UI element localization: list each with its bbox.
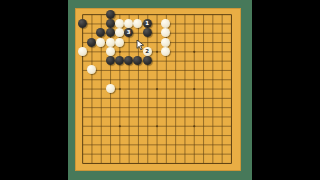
intersection[interactable] (170, 121, 179, 130)
intersection[interactable] (198, 28, 207, 37)
intersection[interactable] (87, 102, 96, 111)
intersection[interactable] (170, 75, 179, 84)
intersection[interactable] (217, 158, 226, 167)
intersection[interactable] (198, 84, 207, 93)
intersection[interactable] (78, 149, 87, 158)
intersection[interactable] (152, 130, 161, 139)
intersection[interactable] (133, 149, 142, 158)
white-stone[interactable] (161, 47, 170, 56)
intersection[interactable] (180, 130, 189, 139)
intersection[interactable] (161, 93, 170, 102)
intersection[interactable] (226, 47, 235, 56)
intersection[interactable] (226, 65, 235, 74)
black-stone[interactable] (133, 56, 142, 65)
intersection[interactable] (133, 158, 142, 167)
white-stone[interactable] (133, 19, 142, 28)
white-stone[interactable] (161, 38, 170, 47)
intersection[interactable] (105, 28, 114, 37)
intersection[interactable] (198, 130, 207, 139)
intersection[interactable]: 1 (143, 19, 152, 28)
intersection[interactable] (96, 121, 105, 130)
intersection[interactable] (208, 65, 217, 74)
intersection[interactable] (115, 149, 124, 158)
go-board[interactable]: 132 (75, 8, 241, 171)
intersection[interactable] (152, 28, 161, 37)
intersection[interactable] (115, 121, 124, 130)
intersection[interactable] (189, 28, 198, 37)
intersection[interactable] (180, 112, 189, 121)
intersection[interactable] (161, 10, 170, 19)
intersection[interactable] (217, 10, 226, 19)
intersection[interactable] (226, 28, 235, 37)
intersection[interactable] (143, 121, 152, 130)
white-stone[interactable] (161, 19, 170, 28)
intersection[interactable] (189, 10, 198, 19)
intersection[interactable] (105, 19, 114, 28)
intersection[interactable] (198, 10, 207, 19)
intersection[interactable] (217, 102, 226, 111)
intersection[interactable] (152, 140, 161, 149)
intersection[interactable] (198, 112, 207, 121)
intersection[interactable] (124, 10, 133, 19)
intersection[interactable] (180, 75, 189, 84)
intersection[interactable] (217, 56, 226, 65)
intersection[interactable] (87, 65, 96, 74)
intersection[interactable] (161, 102, 170, 111)
intersection[interactable] (143, 158, 152, 167)
intersection[interactable] (170, 37, 179, 46)
white-stone[interactable] (124, 19, 133, 28)
intersection[interactable] (161, 19, 170, 28)
intersection[interactable] (161, 37, 170, 46)
intersection[interactable] (180, 158, 189, 167)
intersection[interactable] (208, 112, 217, 121)
intersection[interactable] (161, 149, 170, 158)
intersection[interactable] (96, 140, 105, 149)
intersection[interactable] (180, 149, 189, 158)
white-stone[interactable] (96, 38, 105, 47)
intersection[interactable] (87, 56, 96, 65)
intersection[interactable] (143, 140, 152, 149)
intersection[interactable] (217, 65, 226, 74)
white-stone[interactable] (87, 65, 96, 74)
intersection[interactable] (78, 56, 87, 65)
intersection[interactable] (124, 19, 133, 28)
black-stone[interactable] (106, 19, 115, 28)
intersection[interactable] (189, 130, 198, 139)
black-stone[interactable] (106, 10, 115, 19)
intersection[interactable] (170, 102, 179, 111)
intersection[interactable] (180, 84, 189, 93)
intersection[interactable] (105, 37, 114, 46)
intersection[interactable] (170, 84, 179, 93)
intersection[interactable] (133, 93, 142, 102)
intersection[interactable] (217, 149, 226, 158)
intersection[interactable] (124, 121, 133, 130)
intersection[interactable] (170, 28, 179, 37)
intersection[interactable] (189, 56, 198, 65)
intersection[interactable] (198, 65, 207, 74)
intersection[interactable] (87, 158, 96, 167)
intersection[interactable] (152, 56, 161, 65)
black-stone[interactable] (78, 19, 87, 28)
black-stone[interactable] (106, 28, 115, 37)
intersection[interactable] (143, 65, 152, 74)
intersection[interactable] (217, 19, 226, 28)
white-stone[interactable] (115, 19, 124, 28)
intersection[interactable] (208, 149, 217, 158)
intersection[interactable] (96, 112, 105, 121)
intersection[interactable] (133, 56, 142, 65)
intersection[interactable] (217, 112, 226, 121)
intersection[interactable] (189, 84, 198, 93)
intersection[interactable] (180, 140, 189, 149)
intersection[interactable] (152, 47, 161, 56)
intersection[interactable] (152, 158, 161, 167)
intersection[interactable] (198, 140, 207, 149)
intersection[interactable] (115, 56, 124, 65)
intersection[interactable] (161, 130, 170, 139)
intersection[interactable] (87, 28, 96, 37)
white-stone[interactable] (115, 38, 124, 47)
intersection[interactable] (143, 149, 152, 158)
intersection[interactable] (161, 75, 170, 84)
intersection[interactable] (208, 37, 217, 46)
intersection[interactable] (226, 112, 235, 121)
intersection[interactable] (143, 130, 152, 139)
intersection[interactable] (143, 102, 152, 111)
intersection[interactable] (87, 10, 96, 19)
intersection[interactable] (78, 65, 87, 74)
intersection[interactable] (180, 37, 189, 46)
intersection[interactable] (143, 10, 152, 19)
black-stone[interactable] (143, 56, 152, 65)
intersection[interactable] (161, 47, 170, 56)
intersection[interactable] (78, 130, 87, 139)
intersection[interactable] (189, 19, 198, 28)
intersection[interactable] (124, 158, 133, 167)
intersection[interactable] (115, 93, 124, 102)
intersection[interactable] (180, 93, 189, 102)
intersection[interactable] (78, 19, 87, 28)
intersection[interactable] (105, 84, 114, 93)
intersection[interactable] (152, 75, 161, 84)
intersection[interactable] (161, 56, 170, 65)
intersection[interactable] (226, 56, 235, 65)
black-stone[interactable] (106, 56, 115, 65)
intersection[interactable] (198, 75, 207, 84)
intersection[interactable] (96, 28, 105, 37)
intersection[interactable] (226, 149, 235, 158)
intersection[interactable] (105, 158, 114, 167)
intersection[interactable] (124, 65, 133, 74)
intersection[interactable] (124, 75, 133, 84)
intersection[interactable] (133, 121, 142, 130)
intersection[interactable] (170, 93, 179, 102)
intersection[interactable] (78, 10, 87, 19)
intersection[interactable] (208, 102, 217, 111)
intersection[interactable] (198, 102, 207, 111)
intersection[interactable] (105, 102, 114, 111)
intersection[interactable] (217, 121, 226, 130)
intersection[interactable] (180, 121, 189, 130)
intersection[interactable] (105, 65, 114, 74)
intersection[interactable] (198, 47, 207, 56)
intersection[interactable] (170, 112, 179, 121)
intersection[interactable] (115, 19, 124, 28)
intersection[interactable] (87, 149, 96, 158)
intersection[interactable] (78, 121, 87, 130)
intersection[interactable] (189, 75, 198, 84)
intersection[interactable] (226, 37, 235, 46)
intersection[interactable] (189, 140, 198, 149)
intersection[interactable] (96, 93, 105, 102)
intersection[interactable] (143, 56, 152, 65)
intersection[interactable] (208, 10, 217, 19)
intersection[interactable] (133, 65, 142, 74)
intersection[interactable] (152, 102, 161, 111)
intersection[interactable] (217, 93, 226, 102)
intersection[interactable] (124, 102, 133, 111)
intersection[interactable] (226, 75, 235, 84)
intersection[interactable] (170, 56, 179, 65)
intersection[interactable] (96, 158, 105, 167)
intersection[interactable] (78, 112, 87, 121)
intersection[interactable] (198, 121, 207, 130)
intersection[interactable] (208, 93, 217, 102)
intersection[interactable] (189, 158, 198, 167)
intersection[interactable] (78, 47, 87, 56)
white-stone[interactable] (106, 84, 115, 93)
intersection[interactable] (217, 75, 226, 84)
white-stone[interactable] (106, 38, 115, 47)
intersection[interactable] (105, 121, 114, 130)
intersection[interactable] (133, 19, 142, 28)
intersection[interactable] (180, 19, 189, 28)
intersection[interactable] (124, 140, 133, 149)
intersection[interactable] (96, 75, 105, 84)
intersection[interactable] (133, 75, 142, 84)
intersection[interactable] (189, 121, 198, 130)
intersection[interactable] (170, 47, 179, 56)
intersection[interactable] (161, 140, 170, 149)
intersection[interactable] (208, 158, 217, 167)
intersection[interactable] (115, 65, 124, 74)
black-stone[interactable] (124, 56, 133, 65)
intersection[interactable] (115, 10, 124, 19)
intersection[interactable] (124, 37, 133, 46)
intersection[interactable] (180, 65, 189, 74)
black-stone[interactable] (115, 56, 124, 65)
intersection[interactable] (115, 158, 124, 167)
intersection[interactable] (105, 47, 114, 56)
intersection[interactable] (189, 47, 198, 56)
intersection[interactable] (161, 84, 170, 93)
intersection[interactable] (189, 93, 198, 102)
intersection[interactable] (170, 65, 179, 74)
intersection[interactable] (198, 93, 207, 102)
intersection[interactable] (124, 93, 133, 102)
intersection[interactable] (189, 37, 198, 46)
intersection[interactable] (96, 149, 105, 158)
intersection[interactable] (115, 130, 124, 139)
intersection[interactable] (78, 93, 87, 102)
intersection[interactable] (124, 149, 133, 158)
intersection[interactable] (143, 28, 152, 37)
intersection[interactable] (115, 140, 124, 149)
intersection[interactable] (133, 102, 142, 111)
intersection[interactable] (133, 28, 142, 37)
intersection[interactable] (124, 56, 133, 65)
intersection[interactable] (96, 102, 105, 111)
intersection[interactable] (152, 37, 161, 46)
intersection[interactable] (78, 28, 87, 37)
intersection[interactable] (170, 10, 179, 19)
intersection[interactable] (105, 112, 114, 121)
intersection[interactable] (115, 84, 124, 93)
intersection[interactable] (87, 75, 96, 84)
black-stone[interactable]: 1 (143, 19, 152, 28)
intersection[interactable] (115, 28, 124, 37)
intersection[interactable] (161, 65, 170, 74)
intersection[interactable] (180, 56, 189, 65)
intersection[interactable] (124, 130, 133, 139)
intersection[interactable] (87, 47, 96, 56)
intersection[interactable] (96, 65, 105, 74)
intersection[interactable] (226, 121, 235, 130)
intersection[interactable] (87, 19, 96, 28)
intersection[interactable] (124, 47, 133, 56)
intersection[interactable] (105, 140, 114, 149)
intersection[interactable] (208, 47, 217, 56)
intersection[interactable] (87, 140, 96, 149)
intersection[interactable] (152, 149, 161, 158)
intersection[interactable] (87, 84, 96, 93)
intersection[interactable] (198, 56, 207, 65)
intersection[interactable] (78, 158, 87, 167)
intersection[interactable] (133, 10, 142, 19)
intersection[interactable] (152, 10, 161, 19)
black-stone[interactable] (143, 28, 152, 37)
intersection[interactable] (226, 10, 235, 19)
intersection[interactable] (105, 75, 114, 84)
intersection[interactable] (180, 10, 189, 19)
intersection[interactable] (189, 149, 198, 158)
intersection[interactable] (217, 84, 226, 93)
white-stone[interactable] (115, 28, 124, 37)
intersection[interactable] (226, 158, 235, 167)
intersection[interactable] (96, 84, 105, 93)
intersection[interactable] (115, 102, 124, 111)
intersection[interactable] (105, 149, 114, 158)
intersection[interactable] (208, 140, 217, 149)
intersection[interactable] (208, 19, 217, 28)
intersection[interactable] (143, 93, 152, 102)
intersection[interactable] (189, 65, 198, 74)
black-stone[interactable] (87, 38, 96, 47)
white-stone[interactable] (106, 47, 115, 56)
intersection[interactable] (170, 140, 179, 149)
intersection[interactable] (87, 37, 96, 46)
intersection[interactable] (96, 56, 105, 65)
intersection[interactable] (208, 130, 217, 139)
intersection[interactable] (105, 10, 114, 19)
intersection[interactable] (189, 112, 198, 121)
black-stone[interactable]: 3 (124, 28, 133, 37)
intersection[interactable] (78, 140, 87, 149)
intersection[interactable] (87, 112, 96, 121)
intersection[interactable] (161, 112, 170, 121)
intersection[interactable] (161, 28, 170, 37)
intersection[interactable] (170, 158, 179, 167)
intersection[interactable] (124, 112, 133, 121)
intersection[interactable] (198, 37, 207, 46)
intersection[interactable] (152, 93, 161, 102)
intersection[interactable] (226, 19, 235, 28)
intersection[interactable] (208, 121, 217, 130)
intersection[interactable] (170, 149, 179, 158)
intersection[interactable] (133, 112, 142, 121)
intersection[interactable] (217, 130, 226, 139)
intersection[interactable] (133, 84, 142, 93)
intersection[interactable] (208, 56, 217, 65)
intersection[interactable] (189, 102, 198, 111)
intersection[interactable] (217, 28, 226, 37)
intersection[interactable]: 3 (124, 28, 133, 37)
intersection[interactable] (198, 158, 207, 167)
intersection[interactable] (226, 130, 235, 139)
intersection[interactable] (180, 28, 189, 37)
intersection[interactable] (143, 84, 152, 93)
intersection[interactable] (226, 102, 235, 111)
intersection[interactable] (105, 56, 114, 65)
intersection[interactable] (143, 112, 152, 121)
intersection[interactable] (133, 130, 142, 139)
intersection[interactable] (115, 75, 124, 84)
intersection[interactable] (78, 102, 87, 111)
intersection[interactable] (180, 102, 189, 111)
intersection[interactable] (115, 37, 124, 46)
intersection[interactable] (161, 121, 170, 130)
intersection[interactable] (152, 112, 161, 121)
intersection[interactable] (152, 121, 161, 130)
intersection[interactable] (217, 140, 226, 149)
intersection[interactable] (78, 75, 87, 84)
intersection[interactable] (96, 10, 105, 19)
intersection[interactable] (208, 75, 217, 84)
intersection[interactable] (226, 93, 235, 102)
intersection[interactable] (105, 130, 114, 139)
intersection[interactable] (143, 75, 152, 84)
intersection[interactable] (217, 37, 226, 46)
black-stone[interactable] (96, 28, 105, 37)
intersection[interactable] (115, 47, 124, 56)
intersection[interactable] (105, 93, 114, 102)
intersection[interactable] (161, 158, 170, 167)
intersection[interactable] (96, 47, 105, 56)
intersection[interactable] (96, 37, 105, 46)
intersection[interactable] (96, 19, 105, 28)
intersection[interactable] (78, 84, 87, 93)
intersection[interactable] (152, 84, 161, 93)
intersection[interactable] (133, 140, 142, 149)
intersection[interactable] (198, 149, 207, 158)
intersection[interactable] (170, 19, 179, 28)
intersection[interactable] (180, 47, 189, 56)
intersection[interactable] (152, 19, 161, 28)
intersection[interactable] (152, 65, 161, 74)
intersection[interactable] (87, 121, 96, 130)
